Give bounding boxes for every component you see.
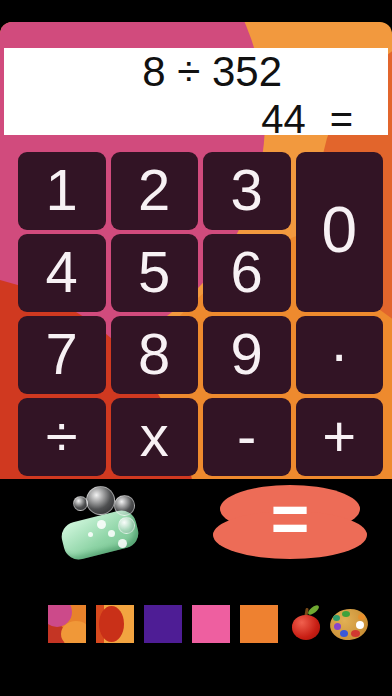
key-multiply[interactable]: x (111, 398, 199, 476)
apple-icon[interactable] (291, 607, 321, 641)
status-bar (0, 0, 392, 22)
soap-dot (88, 532, 93, 537)
bubble-icon (86, 486, 115, 515)
key-9[interactable]: 9 (203, 316, 291, 394)
soap-dot (118, 539, 127, 548)
bubble-icon (73, 496, 88, 511)
calculator-display: 8 ÷ 352 44 = (4, 48, 388, 135)
key-2[interactable]: 2 (111, 152, 199, 230)
clear-sponge-button[interactable] (60, 484, 144, 564)
bottom-bar: = (0, 479, 392, 696)
calculator-app: { "game": "calculator", "position": "8 ÷… (0, 0, 392, 696)
paint-dab-teal (333, 615, 340, 621)
paint-dab-purple (334, 623, 341, 630)
apple-body (292, 615, 320, 640)
calculator-panel: 8 ÷ 352 44 = 1 2 3 0 4 5 6 7 8 9 · ÷ x -… (0, 22, 392, 479)
key-0[interactable]: 0 (296, 152, 384, 312)
key-1[interactable]: 1 (18, 152, 106, 230)
result-line: 44 = (4, 96, 353, 142)
key-decimal[interactable]: · (296, 316, 384, 394)
result-value: 44 (261, 96, 306, 142)
palette-icon[interactable] (330, 609, 368, 640)
keypad: 1 2 3 0 4 5 6 7 8 9 · ÷ x - + (18, 152, 383, 476)
result-equals-sign: = (330, 96, 353, 142)
soap-dot (97, 520, 106, 529)
key-subtract[interactable]: - (203, 398, 291, 476)
equals-button[interactable]: = (213, 485, 367, 559)
theme-swatch-pink[interactable] (192, 605, 230, 643)
soap-dot (108, 530, 115, 537)
theme-swatch-purple[interactable] (144, 605, 182, 643)
key-5[interactable]: 5 (111, 234, 199, 312)
theme-selector-row (48, 605, 368, 643)
theme-swatch-orange[interactable] (240, 605, 278, 643)
palette-thumb-hole (356, 621, 364, 629)
bubble-icon (118, 517, 135, 534)
paint-dab-green (342, 611, 350, 617)
expression-line: 8 ÷ 352 (4, 48, 282, 96)
paint-dab-red (351, 630, 360, 637)
theme-swatch-pink-orange[interactable] (48, 605, 86, 643)
soap-bar (59, 507, 142, 562)
key-8[interactable]: 8 (111, 316, 199, 394)
paint-dab-blue (340, 630, 348, 637)
key-7[interactable]: 7 (18, 316, 106, 394)
key-3[interactable]: 3 (203, 152, 291, 230)
bubble-icon (114, 495, 135, 516)
key-6[interactable]: 6 (203, 234, 291, 312)
swatch-red-ellipse (99, 606, 124, 642)
key-4[interactable]: 4 (18, 234, 106, 312)
key-add[interactable]: + (296, 398, 384, 476)
key-divide[interactable]: ÷ (18, 398, 106, 476)
theme-swatch-red-orange[interactable] (96, 605, 134, 643)
equals-button-label: = (213, 485, 367, 559)
paint-dab-orange (358, 614, 365, 620)
